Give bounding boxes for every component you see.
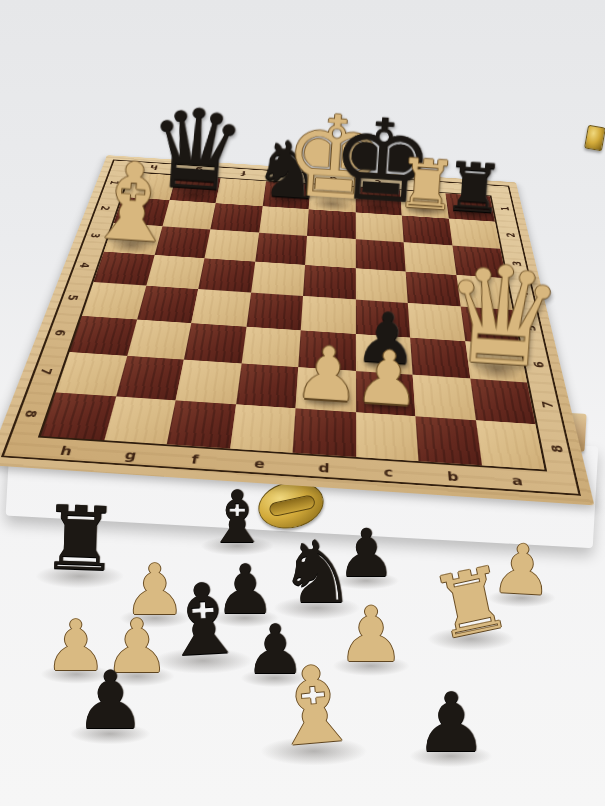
square-f4[interactable] [198,258,255,292]
square-b2[interactable] [401,215,451,245]
square-c3[interactable] [355,239,405,271]
square-d7[interactable]: ♟ [295,367,355,412]
black-pawn-tray[interactable]: ♟ [414,685,488,760]
chess-board: hgfedcba hgfedcba 12345678 12345678 ♛♞♚♚… [0,155,594,505]
square-a8[interactable] [475,420,544,470]
black-bishop-tray[interactable]: ♝ [205,484,270,550]
white-queen-a6[interactable]: ♛ [437,251,566,383]
white-pawn-d7[interactable]: ♟ [292,339,362,410]
white-rook-tray[interactable]: ♜ [425,557,517,650]
square-c7[interactable]: ♟ [355,371,415,416]
square-d8[interactable] [292,408,355,457]
white-bishop-tray[interactable]: ♝ [262,654,365,759]
square-c2[interactable] [355,212,403,242]
square-g8[interactable] [103,396,175,444]
black-bishop-tray[interactable]: ♝ [157,573,249,668]
square-f7[interactable] [175,360,240,404]
square-d3[interactable] [305,236,355,268]
board-grid: ♛♞♚♚♜♜♝♟♛♟♟ [37,171,546,471]
brass-hinge [584,125,605,152]
square-e4[interactable] [250,261,304,296]
photo-scene: hgfedcba hgfedcba 12345678 12345678 ♛♞♚♚… [0,0,605,806]
square-g5[interactable] [136,286,198,323]
square-f6[interactable] [183,323,245,364]
white-pawn-c7[interactable]: ♟ [352,343,422,414]
square-g4[interactable] [145,255,204,289]
square-g7[interactable] [115,356,183,400]
square-h6[interactable] [69,316,136,356]
square-a7[interactable] [469,379,534,424]
square-g6[interactable] [126,319,191,359]
square-d4[interactable] [303,265,355,300]
square-f8[interactable] [166,400,235,449]
square-b7[interactable] [412,375,475,420]
black-rook-tray[interactable]: ♜ [39,498,121,582]
square-e7[interactable] [235,363,298,408]
square-e8[interactable] [229,404,295,453]
black-pawn-tray[interactable]: ♟ [74,664,146,738]
square-e5[interactable] [246,293,303,331]
square-d5[interactable] [300,296,355,334]
square-b1[interactable]: ♜ [400,190,448,218]
square-h8[interactable] [40,392,115,440]
brass-latch-detail [268,494,316,517]
square-c8[interactable] [355,412,418,461]
square-h7[interactable] [55,352,126,396]
square-e6[interactable] [241,326,301,367]
square-a6[interactable]: ♛ [464,341,526,382]
square-b8[interactable] [415,416,481,465]
